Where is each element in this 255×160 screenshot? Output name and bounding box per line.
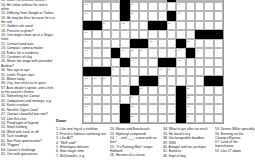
grid-cell[interactable] xyxy=(92,104,101,113)
cell-number: 59 xyxy=(187,96,190,98)
grid-cell[interactable] xyxy=(92,39,101,48)
grid-cell[interactable]: 23 xyxy=(176,11,185,20)
grid-cell[interactable] xyxy=(195,58,204,67)
cell-number: 21 xyxy=(131,12,134,14)
grid-cell[interactable] xyxy=(102,39,111,48)
cell-number: 58 xyxy=(85,96,88,98)
grid-cell[interactable] xyxy=(148,114,157,123)
grid-cell[interactable]: 38 xyxy=(130,48,139,57)
cell-number: 30 xyxy=(85,40,88,42)
cell-number: 31 xyxy=(150,40,153,42)
grid-cell[interactable] xyxy=(204,114,213,123)
cell-number: 39 xyxy=(140,49,143,51)
grid-cell[interactable] xyxy=(148,11,157,20)
grid-cell-black[interactable] xyxy=(176,104,185,113)
grid-cell[interactable]: 27 xyxy=(83,30,92,39)
grid-cell[interactable]: 62 xyxy=(130,104,139,113)
grid-cell[interactable] xyxy=(186,58,195,67)
down-header-box: Down xyxy=(56,119,86,125)
grid-cell-black[interactable] xyxy=(204,30,213,39)
grid-cell[interactable] xyxy=(102,11,111,20)
grid-cell[interactable] xyxy=(214,114,223,123)
grid-cell[interactable] xyxy=(92,30,101,39)
grid-cell[interactable]: 56 xyxy=(139,86,148,95)
grid-cell[interactable] xyxy=(204,58,213,67)
grid-cell-black[interactable] xyxy=(102,67,111,76)
grid-cell-black[interactable] xyxy=(158,58,167,67)
cell-number: 49 xyxy=(159,68,162,70)
grid-cell[interactable]: 59 xyxy=(186,95,195,104)
grid-cell[interactable] xyxy=(120,39,129,48)
grid-cell[interactable]: 18 xyxy=(130,2,139,11)
grid-cell[interactable] xyxy=(186,76,195,85)
grid-cell-black[interactable] xyxy=(167,11,176,20)
grid-cell-black[interactable] xyxy=(176,86,185,95)
grid-cell-black[interactable] xyxy=(176,114,185,123)
grid-cell[interactable] xyxy=(195,114,204,123)
cell-number: 65 xyxy=(131,115,134,117)
grid-cell-black[interactable] xyxy=(167,58,176,67)
grid-cell[interactable] xyxy=(148,95,157,104)
grid-cell[interactable] xyxy=(102,86,111,95)
grid-cell[interactable] xyxy=(92,48,101,57)
grid-cell-black[interactable] xyxy=(83,67,92,76)
grid-cell[interactable]: 50 xyxy=(167,67,176,76)
grid-cell[interactable] xyxy=(139,2,148,11)
grid-cell[interactable] xyxy=(204,67,213,76)
across-clue-14: 14. He's blue without his red or white xyxy=(1,2,56,10)
grid-cell[interactable] xyxy=(204,104,213,113)
cell-number: 53 xyxy=(103,77,106,79)
grid-cell[interactable] xyxy=(92,114,101,123)
grid-cell[interactable] xyxy=(186,67,195,76)
grid-cell[interactable] xyxy=(186,21,195,30)
grid-cell[interactable] xyxy=(139,104,148,113)
grid-cell[interactable]: 36 xyxy=(83,48,92,57)
grid-cell[interactable]: 48 xyxy=(120,67,129,76)
grid-cell-black[interactable] xyxy=(139,76,148,85)
grid-cell[interactable] xyxy=(120,86,129,95)
grid-cell[interactable] xyxy=(102,95,111,104)
grid-cell[interactable]: 52 xyxy=(92,76,101,85)
grid-cell[interactable]: 25 xyxy=(120,21,129,30)
grid-cell[interactable] xyxy=(176,76,185,85)
across-clue-47: 47. Caesar's boastful bon mot? xyxy=(1,112,56,116)
grid-cell[interactable]: 47 xyxy=(111,67,120,76)
grid-cell[interactable] xyxy=(195,11,204,20)
down-clue-26: 26. Heroine of a classic xyxy=(110,153,162,157)
grid-cell-black[interactable] xyxy=(186,48,195,57)
cell-number: 61 xyxy=(85,105,88,107)
grid-cell[interactable] xyxy=(148,58,157,67)
grid-cell[interactable] xyxy=(148,67,157,76)
grid-cell[interactable] xyxy=(148,86,157,95)
grid-cell[interactable] xyxy=(111,104,120,113)
grid-cell[interactable] xyxy=(214,48,223,57)
grid-cell[interactable]: 60 xyxy=(130,95,139,104)
grid-cell[interactable] xyxy=(214,58,223,67)
grid-cell[interactable] xyxy=(204,21,213,30)
grid-cell[interactable] xyxy=(111,21,120,30)
grid-cell[interactable]: 63 xyxy=(186,104,195,113)
grid-cell[interactable]: 21 xyxy=(130,11,139,20)
across-clue-37: 37. Auto dealer's option, and a hint to … xyxy=(1,86,56,94)
grid-cell[interactable]: 51 xyxy=(83,76,92,85)
grid-cell[interactable] xyxy=(111,114,120,123)
grid-cell[interactable]: 66 xyxy=(186,114,195,123)
grid-cell[interactable] xyxy=(214,11,223,20)
cell-number: 32 xyxy=(187,40,190,42)
cell-number: 19 xyxy=(178,3,181,5)
grid-cell-black[interactable] xyxy=(195,30,204,39)
grid-cell[interactable] xyxy=(195,76,204,85)
grid-cell[interactable]: 57 xyxy=(186,86,195,95)
cell-number: 18 xyxy=(131,3,134,5)
grid-cell[interactable] xyxy=(139,11,148,20)
grid-cell[interactable]: 41 xyxy=(195,48,204,57)
grid-cell[interactable] xyxy=(139,21,148,30)
cell-number: 17 xyxy=(85,3,88,5)
grid-cell[interactable] xyxy=(195,67,204,76)
down-clue-46: 46. Kept at bay xyxy=(163,154,214,158)
grid-cell[interactable]: 61 xyxy=(83,104,92,113)
grid-cell[interactable] xyxy=(92,95,101,104)
grid-cell[interactable] xyxy=(130,21,139,30)
grid-cell[interactable]: 31 xyxy=(148,39,157,48)
grid-cell[interactable] xyxy=(158,2,167,11)
grid-cell[interactable] xyxy=(139,67,148,76)
grid-cell[interactable] xyxy=(195,95,204,104)
cell-number: 47 xyxy=(112,68,115,70)
grid-cell[interactable] xyxy=(167,95,176,104)
grid-cell[interactable] xyxy=(214,67,223,76)
grid-cell[interactable] xyxy=(158,39,167,48)
grid-cell[interactable] xyxy=(148,104,157,113)
grid-cell[interactable] xyxy=(130,30,139,39)
grid-cell[interactable] xyxy=(111,2,120,11)
grid-cell[interactable]: 55 xyxy=(83,86,92,95)
cell-number: 56 xyxy=(140,87,143,89)
cell-number: 45 xyxy=(178,59,181,61)
grid-cell[interactable] xyxy=(186,30,195,39)
across-clue-65: 65. One with grievances xyxy=(1,152,56,156)
grid-cell[interactable]: 58 xyxy=(83,95,92,104)
grid-cell[interactable] xyxy=(214,95,223,104)
grid-cell-black[interactable] xyxy=(92,67,101,76)
cell-number: 20 xyxy=(85,12,88,14)
cell-number: 44 xyxy=(131,59,134,61)
grid-cell-black[interactable] xyxy=(120,11,129,20)
grid-cell[interactable] xyxy=(102,48,111,57)
grid-cell[interactable] xyxy=(102,30,111,39)
grid-cell[interactable] xyxy=(204,86,213,95)
cell-number: 27 xyxy=(85,31,88,33)
grid-cell[interactable] xyxy=(158,95,167,104)
grid-cell[interactable]: 37 xyxy=(120,48,129,57)
grid-cell[interactable]: 20 xyxy=(83,11,92,20)
cell-number: 48 xyxy=(122,68,125,70)
grid-cell[interactable] xyxy=(167,48,176,57)
grid-cell[interactable] xyxy=(130,67,139,76)
grid-cell[interactable] xyxy=(167,114,176,123)
grid-cell[interactable] xyxy=(111,95,120,104)
grid-cell[interactable] xyxy=(120,95,129,104)
crossword-page: 13. Wasn't a heckuva shouter?14. He's bl… xyxy=(0,0,255,160)
grid-cell[interactable] xyxy=(176,21,185,30)
grid-cell-black[interactable] xyxy=(130,86,139,95)
grid-cell[interactable] xyxy=(167,2,176,11)
cell-number: 42 xyxy=(85,59,88,61)
across-clues-column: 13. Wasn't a heckuva shouter?14. He's bl… xyxy=(1,0,56,160)
grid-cell-black[interactable] xyxy=(83,21,92,30)
grid-cell[interactable]: 30 xyxy=(83,39,92,48)
grid-cell[interactable] xyxy=(186,11,195,20)
grid-cell-black[interactable] xyxy=(214,30,223,39)
grid-cell[interactable] xyxy=(139,58,148,67)
grid-cell[interactable] xyxy=(92,2,101,11)
grid-cell[interactable] xyxy=(214,21,223,30)
cell-number: 62 xyxy=(131,105,134,107)
cell-number: 26 xyxy=(168,22,171,24)
down-clue-59: 59. Like 27-down xyxy=(215,149,255,153)
grid-cell[interactable] xyxy=(102,58,111,67)
grid-cell[interactable] xyxy=(139,114,148,123)
grid-cell[interactable]: 39 xyxy=(139,48,148,57)
down-clue-56: 56. Evening on the Champs Elysees xyxy=(215,131,255,139)
cell-number: 52 xyxy=(94,77,97,79)
grid-cell[interactable]: 24 xyxy=(102,21,111,30)
grid-cell[interactable] xyxy=(195,86,204,95)
grid-cell[interactable] xyxy=(176,30,185,39)
grid-cell[interactable] xyxy=(214,39,223,48)
grid-cell[interactable]: 44 xyxy=(130,58,139,67)
grid-cell-black[interactable] xyxy=(148,21,157,30)
down-clue-57: 57. Land of the leprechauns xyxy=(215,140,255,148)
cell-number: 60 xyxy=(131,96,134,98)
grid-cell-black[interactable] xyxy=(176,39,185,48)
grid-cell[interactable]: 19 xyxy=(176,2,185,11)
cell-number: 50 xyxy=(168,68,171,70)
cell-number: 25 xyxy=(122,22,125,24)
down-clue-24: 24. "... until ___, a man with no feet" xyxy=(110,136,162,144)
grid-cell[interactable] xyxy=(111,11,120,20)
cell-number: 54 xyxy=(159,77,162,79)
grid-cell[interactable]: 17 xyxy=(83,2,92,11)
grid-cell-black[interactable] xyxy=(139,39,148,48)
grid-cell[interactable] xyxy=(111,39,120,48)
grid-cell[interactable] xyxy=(139,95,148,104)
grid-cell-black[interactable] xyxy=(148,76,157,85)
grid-cell[interactable] xyxy=(148,30,157,39)
grid-cell[interactable] xyxy=(204,11,213,20)
grid-cell-black[interactable] xyxy=(120,2,129,11)
grid-cell-black[interactable] xyxy=(176,95,185,104)
grid-cell[interactable] xyxy=(139,30,148,39)
cell-number: 23 xyxy=(178,12,181,14)
grid-cell-black[interactable] xyxy=(120,58,129,67)
across-clue-20: 20. One might clean up at a Vegas hotel xyxy=(1,33,56,41)
grid-cell[interactable] xyxy=(120,30,129,39)
grid-cell-black[interactable] xyxy=(120,114,129,123)
grid-cell[interactable] xyxy=(167,30,176,39)
grid-cell[interactable] xyxy=(158,104,167,113)
grid-cell[interactable] xyxy=(92,58,101,67)
down-column-4: 53. Dennis Miller specialty56. Evening o… xyxy=(215,127,255,160)
grid-cell[interactable]: 42 xyxy=(83,58,92,67)
grid-cell[interactable] xyxy=(148,48,157,57)
grid-cell[interactable] xyxy=(176,67,185,76)
grid-cell[interactable] xyxy=(167,39,176,48)
grid-cell[interactable] xyxy=(186,2,195,11)
across-clue-16: 16. He may be blue because he's in the r… xyxy=(1,15,56,23)
grid-cell[interactable]: 54 xyxy=(158,76,167,85)
cell-number: 41 xyxy=(196,49,199,51)
grid-cell[interactable] xyxy=(204,95,213,104)
down-clue-2: 2. First of a famous seafaring trio xyxy=(56,131,109,135)
grid-cell[interactable]: 45 xyxy=(176,58,185,67)
grid-cell[interactable] xyxy=(92,86,101,95)
cell-number: 63 xyxy=(187,105,190,107)
grid-cell[interactable] xyxy=(158,86,167,95)
grid-cell[interactable]: 40 xyxy=(176,48,185,57)
grid-cell[interactable] xyxy=(167,104,176,113)
grid-cell[interactable] xyxy=(148,2,157,11)
cell-number: 57 xyxy=(187,87,190,89)
grid-cell[interactable] xyxy=(111,58,120,67)
grid-cell[interactable] xyxy=(214,104,223,113)
grid-cell[interactable]: 53 xyxy=(102,76,111,85)
crossword-grid: 1718192021232425262730313236373839404142… xyxy=(82,0,224,124)
cell-number: 51 xyxy=(85,77,88,79)
grid-cell[interactable] xyxy=(111,76,120,85)
grid-cell[interactable] xyxy=(102,2,111,11)
cell-number: 37 xyxy=(122,49,125,51)
grid-cell[interactable] xyxy=(158,30,167,39)
grid-cell[interactable] xyxy=(195,104,204,113)
cell-number: 36 xyxy=(85,49,88,51)
cell-number: 66 xyxy=(187,115,190,117)
grid-cell[interactable] xyxy=(204,2,213,11)
grid-cell[interactable] xyxy=(130,76,139,85)
grid-cell[interactable]: 65 xyxy=(130,114,139,123)
grid-cell[interactable]: 49 xyxy=(158,67,167,76)
grid-cell[interactable] xyxy=(92,11,101,20)
down-column-1: 1. Like one leg of a triathlon2. First o… xyxy=(56,127,109,160)
down-clue-7: 7. McDonald's, e.g. xyxy=(56,154,109,158)
grid-cell[interactable] xyxy=(102,104,111,113)
grid-cell[interactable]: 26 xyxy=(167,21,176,30)
cell-number: 55 xyxy=(85,87,88,89)
grid-cell[interactable] xyxy=(214,86,223,95)
down-column-2: 10. Moran and Brockovich19. Hydroxyl com… xyxy=(110,127,162,160)
grid-cell-black[interactable] xyxy=(111,48,120,57)
grid-cell-black[interactable] xyxy=(214,76,223,85)
grid-cell-black[interactable] xyxy=(120,104,129,113)
grid-cell[interactable] xyxy=(167,86,176,95)
down-column-3: 34. What to get after an insult35. He lo… xyxy=(163,127,214,160)
cell-number: 64 xyxy=(85,115,88,117)
grid-cell-black[interactable] xyxy=(130,39,139,48)
grid-cell[interactable] xyxy=(195,21,204,30)
cell-number: 38 xyxy=(131,49,134,51)
grid-cell[interactable] xyxy=(204,48,213,57)
grid-cell[interactable] xyxy=(195,2,204,11)
down-header: Down xyxy=(56,119,86,123)
grid-cell[interactable] xyxy=(158,114,167,123)
down-clue-25: 25. "It's Raining Men" singer Halliwell xyxy=(110,144,162,152)
grid-cell[interactable] xyxy=(158,48,167,57)
cell-number: 24 xyxy=(103,22,106,24)
grid-cell[interactable] xyxy=(204,39,213,48)
grid-cell[interactable] xyxy=(167,76,176,85)
grid-cell[interactable] xyxy=(195,39,204,48)
grid-cell-black[interactable] xyxy=(204,76,213,85)
grid-cell-black[interactable] xyxy=(158,21,167,30)
grid-cell[interactable] xyxy=(111,30,120,39)
grid-cell[interactable]: 32 xyxy=(186,39,195,48)
grid-cell[interactable] xyxy=(120,76,129,85)
grid-cell[interactable] xyxy=(214,2,223,11)
across-clue-26: 26. Share the stage with journalist Andr… xyxy=(1,59,56,67)
grid-cell-black[interactable] xyxy=(92,21,101,30)
grid-cell[interactable] xyxy=(158,11,167,20)
cell-number: 40 xyxy=(178,49,181,51)
grid-cell[interactable] xyxy=(102,114,111,123)
grid-cell[interactable] xyxy=(111,86,120,95)
